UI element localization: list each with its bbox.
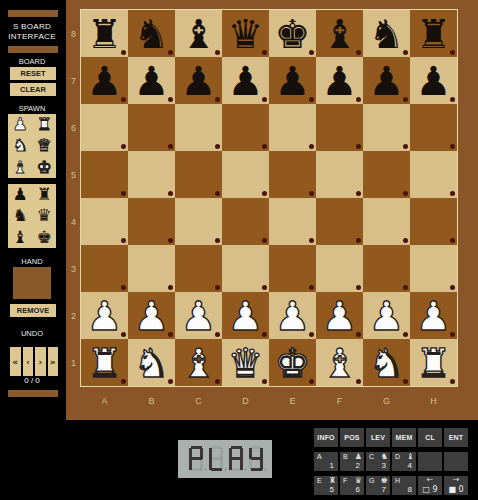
square-corner-dot <box>168 285 173 290</box>
spawn-white-bishop[interactable]: ♝ <box>8 157 32 178</box>
square-b7[interactable]: ♟ <box>128 57 175 104</box>
square-corner-dot <box>450 191 455 196</box>
square-g1[interactable]: ♞ <box>363 339 410 386</box>
square-b2[interactable]: ♟ <box>128 292 175 339</box>
square-a5[interactable] <box>81 151 128 198</box>
keypad-row-e5-h8: E5♜F6♛G7♚H8←□ 9→■ 0 <box>314 476 470 495</box>
keypad-row-a1-d4: A1B2♟C3♞D4♝ <box>314 452 470 471</box>
square-corner-dot <box>450 144 455 149</box>
square-corner-dot <box>262 97 267 102</box>
square-corner-dot <box>121 144 126 149</box>
key-digit: 8 <box>408 485 412 494</box>
square-corner-dot <box>309 238 314 243</box>
square-c2[interactable]: ♟ <box>175 292 222 339</box>
key-b2[interactable]: B2♟ <box>340 452 364 471</box>
key-label: LEV <box>366 428 390 447</box>
square-corner-dot <box>356 191 361 196</box>
square-d8[interactable]: ♛ <box>222 10 269 57</box>
square-b8[interactable]: ♞ <box>128 10 175 57</box>
divider-bar <box>8 390 58 397</box>
square-corner-dot <box>309 379 314 384</box>
square-corner-dot <box>403 379 408 384</box>
rank-label-3: 3 <box>66 245 81 292</box>
key-digit: 6 <box>356 485 360 494</box>
file-label-h: H <box>410 392 457 410</box>
square-corner-dot <box>356 144 361 149</box>
square-corner-dot <box>215 238 220 243</box>
key-d4[interactable]: D4♝ <box>392 452 416 471</box>
spawn-section-label: SPAWN <box>0 104 64 113</box>
square-corner-dot <box>121 50 126 55</box>
square-d4[interactable] <box>222 198 269 245</box>
square-corner-dot <box>403 332 408 337</box>
rank-label-7: 7 <box>66 57 81 104</box>
square-corner-dot <box>215 97 220 102</box>
spawn-white-queen[interactable]: ♛ <box>32 135 56 156</box>
square-corner-dot <box>215 285 220 290</box>
key-digit: 1 <box>330 461 334 470</box>
file-label-e: E <box>269 392 316 410</box>
spawn-white-pawn[interactable]: ♟ <box>8 114 32 135</box>
key-blank[interactable] <box>444 452 468 471</box>
divider-bar <box>8 10 58 17</box>
chess-computer-app: S BOARD INTERFACE BOARD RESET CLEAR SPAW… <box>0 0 478 500</box>
square-corner-dot <box>121 332 126 337</box>
keypad-function-row: INFOPOSLEVMEMCLENT <box>314 428 470 447</box>
square-e1[interactable]: ♚ <box>269 339 316 386</box>
right-arrow-icon: → <box>444 475 468 484</box>
spawn-white-king[interactable]: ♚ <box>32 157 56 178</box>
square-corner-dot <box>450 238 455 243</box>
square-corner-dot <box>121 238 126 243</box>
square-corner-dot <box>356 332 361 337</box>
square-a3[interactable] <box>81 245 128 292</box>
square-f7[interactable]: ♟ <box>316 57 363 104</box>
spawn-black-rook[interactable]: ♜ <box>32 184 56 205</box>
undo-section-label: UNDO <box>0 329 64 338</box>
square-corner-dot <box>215 379 220 384</box>
square-c5[interactable] <box>175 151 222 198</box>
square-corner-dot <box>262 332 267 337</box>
key-letter: G <box>369 477 374 484</box>
square-g8[interactable]: ♞ <box>363 10 410 57</box>
square-a6[interactable] <box>81 104 128 151</box>
square-g4[interactable] <box>363 198 410 245</box>
rank-label-8: 8 <box>66 10 81 57</box>
undo-forward-button[interactable]: › <box>35 347 46 376</box>
bishop-icon: ♝ <box>407 452 414 461</box>
key-h8[interactable]: H8 <box>392 476 416 495</box>
rank-label-2: 2 <box>66 292 81 339</box>
spawn-black-pawn[interactable]: ♟ <box>8 184 32 205</box>
key-mem[interactable]: MEM <box>392 428 416 447</box>
square-e2[interactable]: ♟ <box>269 292 316 339</box>
square-corner-dot <box>309 332 314 337</box>
square-corner-dot <box>262 285 267 290</box>
square-corner-dot <box>309 285 314 290</box>
square-corner-dot <box>450 285 455 290</box>
square-corner-dot <box>121 379 126 384</box>
square-a7[interactable]: ♟ <box>81 57 128 104</box>
key-digit: 3 <box>382 461 386 470</box>
square-h2[interactable]: ♟ <box>410 292 457 339</box>
key-c3[interactable]: C3♞ <box>366 452 390 471</box>
reset-button[interactable]: RESET <box>10 67 56 80</box>
square-b1[interactable]: ♞ <box>128 339 175 386</box>
keypad: INFOPOSLEVMEMCLENT A1B2♟C3♞D4♝ E5♜F6♛G7♚… <box>314 428 470 500</box>
square-h4[interactable] <box>410 198 457 245</box>
square-h6[interactable] <box>410 104 457 151</box>
square-a8[interactable]: ♜ <box>81 10 128 57</box>
square-corner-dot <box>215 144 220 149</box>
chess-board: 87654321 ♜♞♝♛♚♝♞♜♟♟♟♟♟♟♟♟♟♟♟♟♟♟♟♟♜♞♝♛♚♝♞… <box>66 0 478 420</box>
key-0[interactable]: →■ 0 <box>444 476 468 495</box>
key-label: MEM <box>392 428 416 447</box>
square-corner-dot <box>403 50 408 55</box>
square-corner-dot <box>168 332 173 337</box>
lcd-display <box>178 440 272 478</box>
key-f6[interactable]: F6♛ <box>340 476 364 495</box>
key-digit: 4 <box>408 461 412 470</box>
key-label: INFO <box>314 428 338 447</box>
key-g7[interactable]: G7♚ <box>366 476 390 495</box>
square-corner-dot <box>168 144 173 149</box>
square-corner-dot <box>309 50 314 55</box>
key-pos[interactable]: POS <box>340 428 364 447</box>
app-title: S BOARD INTERFACE <box>0 22 64 42</box>
key-a1[interactable]: A1 <box>314 452 338 471</box>
key-9[interactable]: ←□ 9 <box>418 476 442 495</box>
lcd-char-l <box>209 446 223 471</box>
square-g2[interactable]: ♟ <box>363 292 410 339</box>
app-title-line1: S BOARD <box>0 22 64 32</box>
square-corner-dot <box>262 379 267 384</box>
spawn-white-knight[interactable]: ♞ <box>8 135 32 156</box>
key-info[interactable]: INFO <box>314 428 338 447</box>
square-corner-dot <box>403 144 408 149</box>
square-corner-dot <box>309 97 314 102</box>
square-corner-dot <box>403 238 408 243</box>
square-b4[interactable] <box>128 198 175 245</box>
spawn-black-panel: ♟♜♞♛♝♚ <box>8 184 56 248</box>
square-a2[interactable]: ♟ <box>81 292 128 339</box>
key-label: ENT <box>444 428 468 447</box>
square-e5[interactable] <box>269 151 316 198</box>
rank-label-6: 6 <box>66 104 81 151</box>
square-corner-dot <box>450 50 455 55</box>
square-b3[interactable] <box>128 245 175 292</box>
file-label-d: D <box>222 392 269 410</box>
square-d5[interactable] <box>222 151 269 198</box>
square-corner-dot <box>262 144 267 149</box>
square-corner-dot <box>309 191 314 196</box>
undo-counter: 0 / 0 <box>0 376 64 385</box>
clear-button[interactable]: CLEAR <box>10 83 56 96</box>
left-arrow-icon: ← <box>418 475 442 484</box>
square-corner-dot <box>215 191 220 196</box>
square-corner-dot <box>403 285 408 290</box>
file-label-c: C <box>175 392 222 410</box>
board-squares: ♜♞♝♛♚♝♞♜♟♟♟♟♟♟♟♟♟♟♟♟♟♟♟♟♜♞♝♛♚♝♞♜ <box>81 10 457 386</box>
square-a1[interactable]: ♜ <box>81 339 128 386</box>
square-g5[interactable] <box>363 151 410 198</box>
square-corner-dot <box>356 379 361 384</box>
file-label-a: A <box>81 392 128 410</box>
square-c3[interactable] <box>175 245 222 292</box>
undo-forward-all-button[interactable]: » <box>48 347 59 376</box>
square-corner-dot <box>403 191 408 196</box>
square-e7[interactable]: ♟ <box>269 57 316 104</box>
square-corner-dot <box>168 50 173 55</box>
square-corner-dot <box>450 379 455 384</box>
square-d2[interactable]: ♟ <box>222 292 269 339</box>
key-cl[interactable]: CL <box>418 428 442 447</box>
file-label-f: F <box>316 392 363 410</box>
sidebar: S BOARD INTERFACE BOARD RESET CLEAR SPAW… <box>0 0 66 500</box>
black-square-icon-label: ■ 0 <box>444 485 468 494</box>
lcd-char-y <box>249 446 263 471</box>
spawn-black-bishop[interactable]: ♝ <box>8 227 32 248</box>
square-g6[interactable] <box>363 104 410 151</box>
square-d6[interactable] <box>222 104 269 151</box>
queen-icon: ♛ <box>355 476 362 485</box>
square-corner-dot <box>356 285 361 290</box>
square-c4[interactable] <box>175 198 222 245</box>
file-labels: ABCDEFGH <box>81 392 457 410</box>
key-letter: D <box>395 453 400 460</box>
square-corner-dot <box>262 50 267 55</box>
square-corner-dot <box>356 238 361 243</box>
key-letter: H <box>395 477 400 484</box>
square-corner-dot <box>215 332 220 337</box>
rank-label-5: 5 <box>66 151 81 198</box>
square-f3[interactable] <box>316 245 363 292</box>
undo-rewind-all-button[interactable]: « <box>10 347 21 376</box>
remove-button[interactable]: REMOVE <box>10 304 56 317</box>
file-label-b: B <box>128 392 175 410</box>
square-corner-dot <box>450 97 455 102</box>
square-h5[interactable] <box>410 151 457 198</box>
square-e6[interactable] <box>269 104 316 151</box>
board-section-label: BOARD <box>0 57 64 66</box>
square-corner-dot <box>356 97 361 102</box>
key-ent[interactable]: ENT <box>444 428 468 447</box>
key-digit: 7 <box>382 485 386 494</box>
divider-bar <box>8 46 58 53</box>
square-corner-dot <box>168 191 173 196</box>
square-h8[interactable]: ♜ <box>410 10 457 57</box>
key-label: CL <box>418 428 442 447</box>
square-f2[interactable]: ♟ <box>316 292 363 339</box>
key-letter: A <box>317 453 322 460</box>
square-corner-dot <box>168 97 173 102</box>
key-digit: 2 <box>356 461 360 470</box>
key-digit: 5 <box>330 485 334 494</box>
square-g7[interactable]: ♟ <box>363 57 410 104</box>
square-b6[interactable] <box>128 104 175 151</box>
square-f5[interactable] <box>316 151 363 198</box>
hand-slot[interactable] <box>13 267 51 299</box>
rook-icon: ♜ <box>329 476 336 485</box>
lcd-text <box>189 446 263 471</box>
square-corner-dot <box>403 97 408 102</box>
pawn-icon: ♟ <box>355 452 362 461</box>
square-c7[interactable]: ♟ <box>175 57 222 104</box>
square-corner-dot <box>450 332 455 337</box>
lcd-char-p <box>189 446 203 471</box>
square-e8[interactable]: ♚ <box>269 10 316 57</box>
square-d3[interactable] <box>222 245 269 292</box>
undo-back-button[interactable]: ‹ <box>23 347 34 376</box>
square-h7[interactable]: ♟ <box>410 57 457 104</box>
rank-labels: 87654321 <box>66 10 81 386</box>
king-icon: ♚ <box>381 476 388 485</box>
square-g3[interactable] <box>363 245 410 292</box>
square-a4[interactable] <box>81 198 128 245</box>
square-d7[interactable]: ♟ <box>222 57 269 104</box>
key-letter: F <box>343 477 347 484</box>
spawn-white-panel: ♟♜♞♛♝♚ <box>8 114 56 178</box>
key-letter: E <box>317 477 322 484</box>
square-corner-dot <box>262 191 267 196</box>
square-corner-dot <box>168 379 173 384</box>
key-letter: B <box>343 453 348 460</box>
square-e4[interactable] <box>269 198 316 245</box>
spawn-white-rook[interactable]: ♜ <box>32 114 56 135</box>
white-square-icon-label: □ 9 <box>418 485 442 494</box>
square-d1[interactable]: ♛ <box>222 339 269 386</box>
key-blank[interactable] <box>418 452 442 471</box>
spawn-black-queen[interactable]: ♛ <box>32 205 56 226</box>
knight-icon: ♞ <box>381 452 388 461</box>
undo-controls: «‹›» <box>10 347 58 376</box>
square-corner-dot <box>356 50 361 55</box>
square-corner-dot <box>215 50 220 55</box>
square-c1[interactable]: ♝ <box>175 339 222 386</box>
square-c6[interactable] <box>175 104 222 151</box>
key-e5[interactable]: E5♜ <box>314 476 338 495</box>
square-h1[interactable]: ♜ <box>410 339 457 386</box>
square-f4[interactable] <box>316 198 363 245</box>
app-title-line2: INTERFACE <box>0 32 64 42</box>
square-h3[interactable] <box>410 245 457 292</box>
file-label-g: G <box>363 392 410 410</box>
key-lev[interactable]: LEV <box>366 428 390 447</box>
square-corner-dot <box>168 238 173 243</box>
square-corner-dot <box>121 191 126 196</box>
square-corner-dot <box>121 97 126 102</box>
square-e3[interactable] <box>269 245 316 292</box>
lcd-char-a <box>229 446 243 471</box>
square-f8[interactable]: ♝ <box>316 10 363 57</box>
square-corner-dot <box>121 285 126 290</box>
spawn-black-king[interactable]: ♚ <box>32 227 56 248</box>
square-c8[interactable]: ♝ <box>175 10 222 57</box>
spawn-black-knight[interactable]: ♞ <box>8 205 32 226</box>
square-f1[interactable]: ♝ <box>316 339 363 386</box>
rank-label-4: 4 <box>66 198 81 245</box>
hand-section-label: HAND <box>0 257 64 266</box>
square-f6[interactable] <box>316 104 363 151</box>
key-letter: C <box>369 453 374 460</box>
square-corner-dot <box>309 144 314 149</box>
square-corner-dot <box>262 238 267 243</box>
key-label: POS <box>340 428 364 447</box>
rank-label-1: 1 <box>66 339 81 386</box>
square-b5[interactable] <box>128 151 175 198</box>
